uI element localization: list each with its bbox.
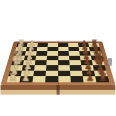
square[interactable] <box>46 65 58 70</box>
square[interactable] <box>46 60 58 65</box>
scene: ♜♟♟♜♞♟♟♞♝♟♟♝♛♟♟♛♚♟♟♚♝♟♟♝♞♟♟♞♜♟♟♜ <box>0 0 116 116</box>
square[interactable] <box>70 76 83 82</box>
product-photo: ♜♟♟♜♞♟♟♞♝♟♟♝♛♟♟♛♚♟♟♚♝♟♟♝♞♟♟♞♜♟♟♜ <box>0 0 116 116</box>
square[interactable] <box>69 60 81 65</box>
square[interactable] <box>70 71 83 77</box>
chess-board: ♜♟♟♜♞♟♟♞♝♟♟♝♛♟♟♛♚♟♟♚♝♟♟♝♞♟♟♞♜♟♟♜ <box>1 41 116 84</box>
black-rook-piece[interactable]: ♜ <box>97 72 110 83</box>
square[interactable] <box>58 65 70 70</box>
square[interactable] <box>70 65 82 70</box>
clasp-latch-icon <box>108 58 112 65</box>
square[interactable] <box>32 76 45 82</box>
square[interactable] <box>45 76 58 82</box>
square[interactable] <box>34 65 46 70</box>
square[interactable] <box>58 71 70 77</box>
square[interactable]: ♟ <box>20 76 34 82</box>
black-pawn-piece[interactable]: ♟ <box>84 73 97 83</box>
square[interactable]: ♜ <box>95 76 109 82</box>
square[interactable] <box>35 60 47 65</box>
square[interactable] <box>58 60 70 65</box>
square[interactable] <box>46 71 58 77</box>
white-pawn-piece[interactable]: ♟ <box>19 73 32 83</box>
board-front-edge <box>1 85 116 95</box>
square[interactable] <box>58 76 71 82</box>
white-rook-piece[interactable]: ♜ <box>7 72 20 83</box>
square[interactable] <box>33 71 46 77</box>
square[interactable]: ♟ <box>83 76 97 82</box>
